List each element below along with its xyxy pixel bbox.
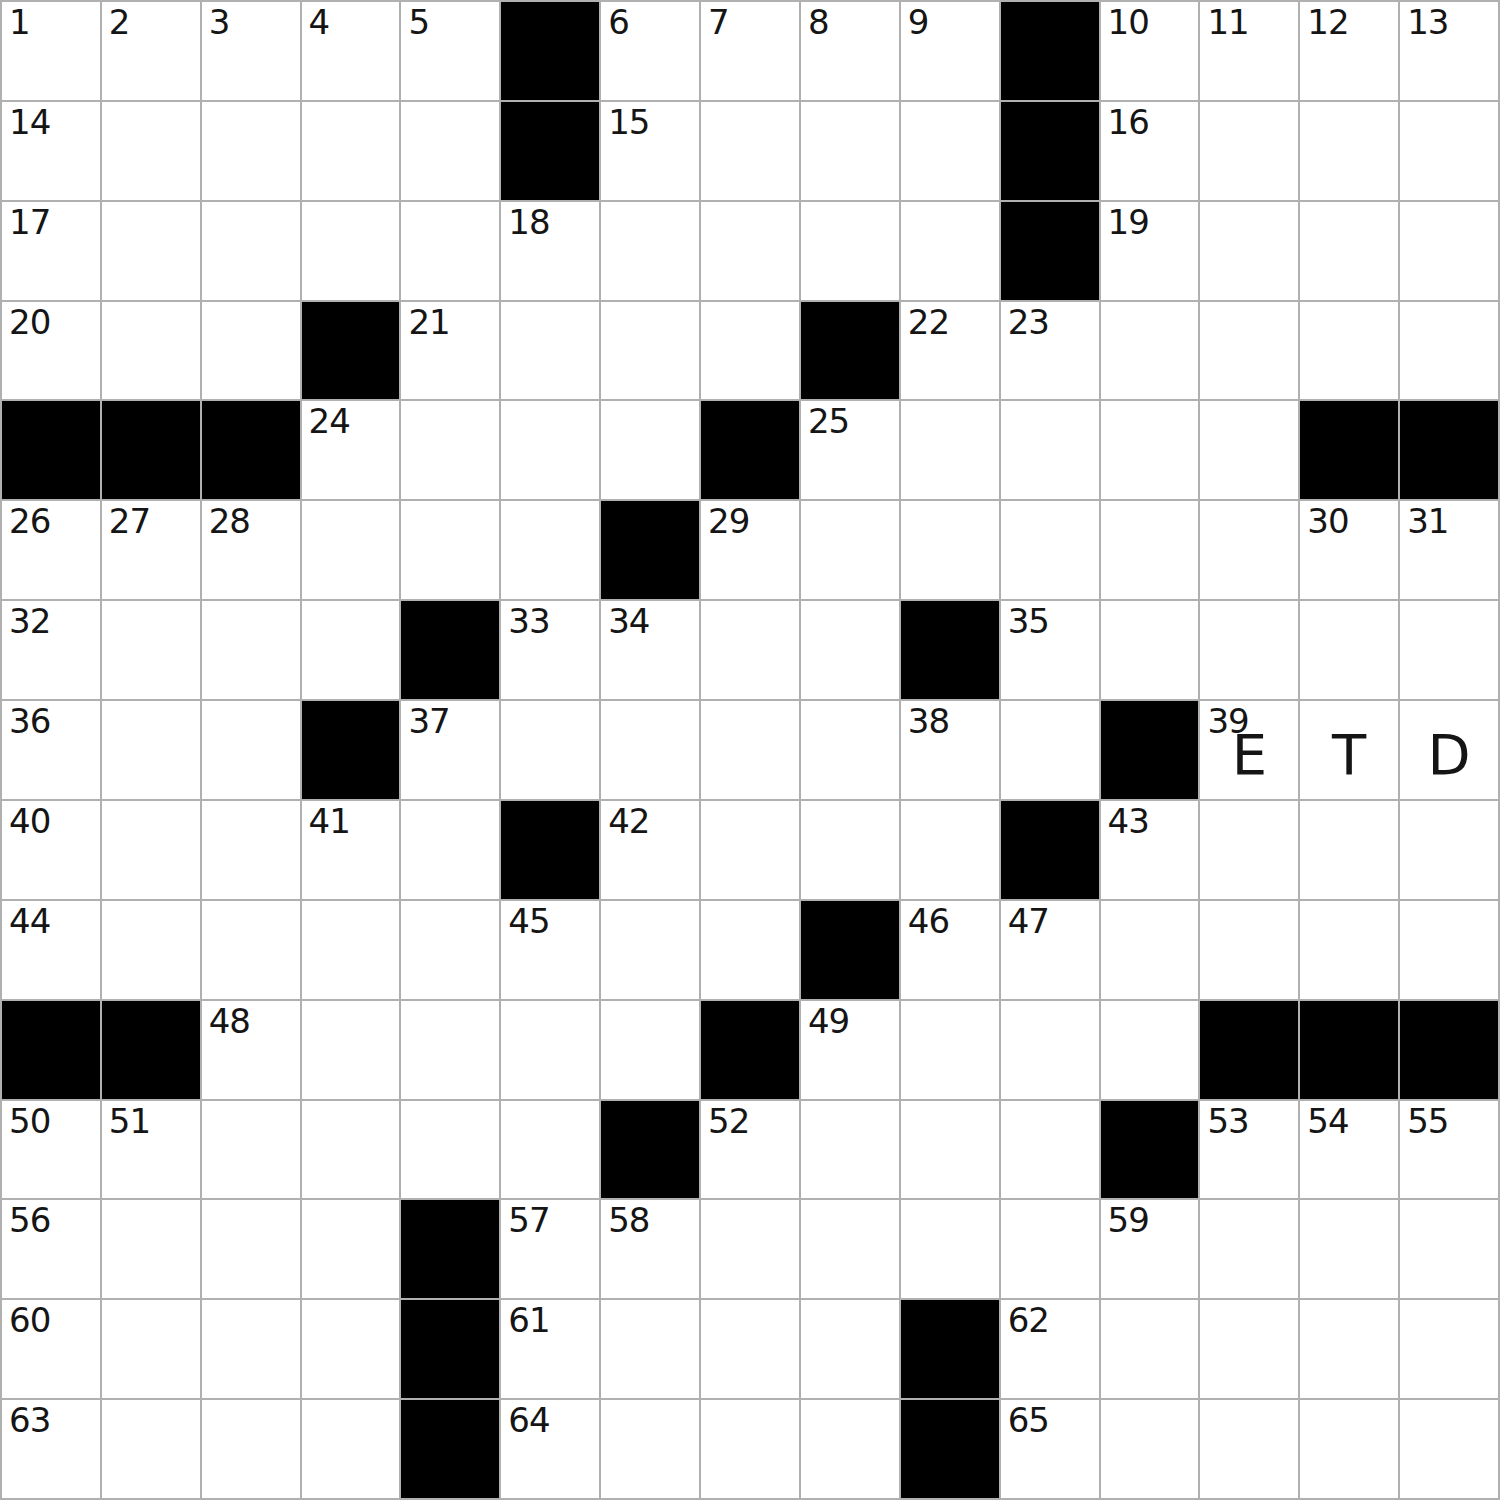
cell-r4c11[interactable]: 23	[1001, 302, 1099, 400]
black-square-r14c5	[401, 1300, 499, 1398]
cell-r5c9[interactable]: 25	[801, 401, 899, 499]
cell-r4c6[interactable]	[501, 302, 599, 400]
clue-number-51: 51	[109, 1102, 150, 1141]
cell-r9c5[interactable]	[401, 801, 499, 899]
cell-r11c9[interactable]: 49	[801, 1001, 899, 1099]
cell-r15c13[interactable]	[1200, 1400, 1298, 1498]
cell-r11c3[interactable]: 48	[202, 1001, 300, 1099]
clue-number-12: 12	[1307, 3, 1348, 42]
cell-r3c5[interactable]	[401, 202, 499, 300]
cell-r14c3[interactable]	[202, 1300, 300, 1398]
cell-r4c10[interactable]: 22	[901, 302, 999, 400]
black-square-r12c7	[601, 1101, 699, 1199]
cell-r2c8[interactable]	[701, 102, 799, 200]
cell-r6c10[interactable]	[901, 501, 999, 599]
clue-number-10: 10	[1108, 3, 1149, 42]
cell-r12c13[interactable]: 53	[1200, 1101, 1298, 1199]
cell-r3c12[interactable]: 19	[1101, 202, 1199, 300]
cell-r10c8[interactable]	[701, 901, 799, 999]
clue-number-4: 4	[309, 3, 330, 42]
black-square-r11c13	[1200, 1001, 1298, 1099]
black-square-r10c9	[801, 901, 899, 999]
clue-number-26: 26	[9, 502, 50, 541]
cell-r14c9[interactable]	[801, 1300, 899, 1398]
clue-number-57: 57	[508, 1201, 549, 1240]
black-square-r4c4	[302, 302, 400, 400]
cell-r11c10[interactable]	[901, 1001, 999, 1099]
clue-number-32: 32	[9, 602, 50, 641]
black-square-r7c5	[401, 601, 499, 699]
clue-number-16: 16	[1108, 103, 1149, 142]
cell-r6c3[interactable]: 28	[202, 501, 300, 599]
cell-r14c2[interactable]	[102, 1300, 200, 1398]
cell-r2c1[interactable]: 14	[2, 102, 100, 200]
clue-number-8: 8	[808, 3, 829, 42]
cell-r7c8[interactable]	[701, 601, 799, 699]
black-square-r5c3	[202, 401, 300, 499]
cell-r3c4[interactable]	[302, 202, 400, 300]
cell-r10c4[interactable]	[302, 901, 400, 999]
black-square-r15c5	[401, 1400, 499, 1498]
clue-number-14: 14	[9, 103, 50, 142]
clue-number-5: 5	[408, 3, 429, 42]
clue-number-30: 30	[1307, 502, 1348, 541]
cell-r7c12[interactable]	[1101, 601, 1199, 699]
black-square-r11c8	[701, 1001, 799, 1099]
cell-r7c7[interactable]: 34	[601, 601, 699, 699]
clue-number-34: 34	[608, 602, 649, 641]
cell-letter: D	[1400, 701, 1498, 799]
cell-r15c8[interactable]	[701, 1400, 799, 1498]
cell-r10c13[interactable]	[1200, 901, 1298, 999]
cell-r5c7[interactable]	[601, 401, 699, 499]
cell-r2c15[interactable]	[1400, 102, 1498, 200]
cell-r12c9[interactable]	[801, 1101, 899, 1199]
black-square-r9c11	[1001, 801, 1099, 899]
clue-number-20: 20	[9, 303, 50, 342]
cell-r2c5[interactable]	[401, 102, 499, 200]
cell-r11c12[interactable]	[1101, 1001, 1199, 1099]
cell-r11c11[interactable]	[1001, 1001, 1099, 1099]
cell-r5c11[interactable]	[1001, 401, 1099, 499]
cell-r8c11[interactable]	[1001, 701, 1099, 799]
cell-r5c13[interactable]	[1200, 401, 1298, 499]
cell-r3c8[interactable]	[701, 202, 799, 300]
cell-r1c9[interactable]: 8	[801, 2, 899, 100]
cell-r13c3[interactable]	[202, 1200, 300, 1298]
cell-r14c4[interactable]	[302, 1300, 400, 1398]
cell-r13c6[interactable]: 57	[501, 1200, 599, 1298]
clue-number-56: 56	[9, 1201, 50, 1240]
cell-r12c5[interactable]	[401, 1101, 499, 1199]
cell-r6c1[interactable]: 26	[2, 501, 100, 599]
cell-r13c10[interactable]	[901, 1200, 999, 1298]
cell-r9c1[interactable]: 40	[2, 801, 100, 899]
black-square-r9c6	[501, 801, 599, 899]
cell-r15c6[interactable]: 64	[501, 1400, 599, 1498]
cell-r1c13[interactable]: 11	[1200, 2, 1298, 100]
cell-r13c14[interactable]	[1300, 1200, 1398, 1298]
cell-r6c5[interactable]	[401, 501, 499, 599]
clue-number-36: 36	[9, 702, 50, 741]
clue-number-54: 54	[1307, 1102, 1348, 1141]
cell-r10c10[interactable]: 46	[901, 901, 999, 999]
clue-number-63: 63	[9, 1401, 50, 1440]
clue-number-13: 13	[1407, 3, 1448, 42]
cell-r14c12[interactable]	[1101, 1300, 1199, 1398]
cell-r12c11[interactable]	[1001, 1101, 1099, 1199]
cell-r7c6[interactable]: 33	[501, 601, 599, 699]
clue-number-29: 29	[708, 502, 749, 541]
cell-r3c10[interactable]	[901, 202, 999, 300]
cell-r4c2[interactable]	[102, 302, 200, 400]
clue-number-48: 48	[209, 1002, 250, 1041]
clue-number-65: 65	[1008, 1401, 1049, 1440]
cell-r9c8[interactable]	[701, 801, 799, 899]
cell-r12c10[interactable]	[901, 1101, 999, 1199]
clue-number-11: 11	[1207, 3, 1248, 42]
clue-number-38: 38	[908, 702, 949, 741]
cell-r4c14[interactable]	[1300, 302, 1398, 400]
cell-r7c11[interactable]: 35	[1001, 601, 1099, 699]
clue-number-17: 17	[9, 203, 50, 242]
cell-r10c1[interactable]: 44	[2, 901, 100, 999]
clue-number-47: 47	[1008, 902, 1049, 941]
cell-r4c8[interactable]	[701, 302, 799, 400]
black-square-r14c10	[901, 1300, 999, 1398]
cell-r10c15[interactable]	[1400, 901, 1498, 999]
cell-r10c5[interactable]	[401, 901, 499, 999]
clue-number-37: 37	[408, 702, 449, 741]
cell-r10c6[interactable]: 45	[501, 901, 599, 999]
cell-r15c4[interactable]	[302, 1400, 400, 1498]
cell-r4c15[interactable]	[1400, 302, 1498, 400]
cell-r6c15[interactable]: 31	[1400, 501, 1498, 599]
cell-r10c2[interactable]	[102, 901, 200, 999]
cell-r1c7[interactable]: 6	[601, 2, 699, 100]
cell-r6c11[interactable]	[1001, 501, 1099, 599]
clue-number-28: 28	[209, 502, 250, 541]
clue-number-43: 43	[1108, 802, 1149, 841]
cell-r7c13[interactable]	[1200, 601, 1298, 699]
cell-r12c6[interactable]	[501, 1101, 599, 1199]
cell-r7c3[interactable]	[202, 601, 300, 699]
cell-r2c2[interactable]	[102, 102, 200, 200]
cell-r5c5[interactable]	[401, 401, 499, 499]
clue-number-31: 31	[1407, 502, 1448, 541]
black-square-r2c6	[501, 102, 599, 200]
cell-r9c7[interactable]: 42	[601, 801, 699, 899]
cell-r8c7[interactable]	[601, 701, 699, 799]
cell-r6c14[interactable]: 30	[1300, 501, 1398, 599]
cell-r7c9[interactable]	[801, 601, 899, 699]
cell-r4c12[interactable]	[1101, 302, 1199, 400]
cell-r15c2[interactable]	[102, 1400, 200, 1498]
clue-number-44: 44	[9, 902, 50, 941]
cell-r1c14[interactable]: 12	[1300, 2, 1398, 100]
cell-r5c10[interactable]	[901, 401, 999, 499]
cell-r3c14[interactable]	[1300, 202, 1398, 300]
cell-r13c1[interactable]: 56	[2, 1200, 100, 1298]
cell-r6c13[interactable]	[1200, 501, 1298, 599]
cell-r14c13[interactable]	[1200, 1300, 1298, 1398]
cell-r8c5[interactable]: 37	[401, 701, 499, 799]
black-square-r8c4	[302, 701, 400, 799]
cell-r8c13[interactable]: 39E	[1200, 701, 1298, 799]
cell-r6c2[interactable]: 27	[102, 501, 200, 599]
cell-r15c3[interactable]	[202, 1400, 300, 1498]
cell-r14c15[interactable]	[1400, 1300, 1498, 1398]
cell-r13c4[interactable]	[302, 1200, 400, 1298]
cell-r8c1[interactable]: 36	[2, 701, 100, 799]
black-square-r4c9	[801, 302, 899, 400]
cell-letter: E	[1200, 701, 1298, 799]
crossword-board: 1234567891011121314151617181920212223242…	[0, 0, 1500, 1500]
cell-r14c11[interactable]: 62	[1001, 1300, 1099, 1398]
cell-r13c9[interactable]	[801, 1200, 899, 1298]
clue-number-19: 19	[1108, 203, 1149, 242]
cell-r3c15[interactable]	[1400, 202, 1498, 300]
clue-number-33: 33	[508, 602, 549, 641]
cell-r3c3[interactable]	[202, 202, 300, 300]
cell-r2c13[interactable]	[1200, 102, 1298, 200]
cell-r13c11[interactable]	[1001, 1200, 1099, 1298]
clue-number-41: 41	[309, 802, 350, 841]
cell-r4c13[interactable]	[1200, 302, 1298, 400]
cell-r2c7[interactable]: 15	[601, 102, 699, 200]
clue-number-55: 55	[1407, 1102, 1448, 1141]
cell-r10c3[interactable]	[202, 901, 300, 999]
cell-r8c8[interactable]	[701, 701, 799, 799]
cell-r2c12[interactable]: 16	[1101, 102, 1199, 200]
black-square-r1c11	[1001, 2, 1099, 100]
cell-r1c15[interactable]: 13	[1400, 2, 1498, 100]
cell-r6c4[interactable]	[302, 501, 400, 599]
clue-number-50: 50	[9, 1102, 50, 1141]
cell-r6c6[interactable]	[501, 501, 599, 599]
cell-r8c2[interactable]	[102, 701, 200, 799]
clue-number-21: 21	[408, 303, 449, 342]
cell-r1c2[interactable]: 2	[102, 2, 200, 100]
cell-r9c13[interactable]	[1200, 801, 1298, 899]
clue-number-18: 18	[508, 203, 549, 242]
cell-r8c14[interactable]: T	[1300, 701, 1398, 799]
clue-number-15: 15	[608, 103, 649, 142]
cell-r13c8[interactable]	[701, 1200, 799, 1298]
black-square-r3c11	[1001, 202, 1099, 300]
black-square-r5c2	[102, 401, 200, 499]
clue-number-22: 22	[908, 303, 949, 342]
cell-r15c14[interactable]	[1300, 1400, 1398, 1498]
clue-number-24: 24	[309, 402, 350, 441]
cell-r12c1[interactable]: 50	[2, 1101, 100, 1199]
cell-r8c6[interactable]	[501, 701, 599, 799]
black-square-r5c1	[2, 401, 100, 499]
cell-r9c3[interactable]	[202, 801, 300, 899]
clue-number-42: 42	[608, 802, 649, 841]
cell-r11c7[interactable]	[601, 1001, 699, 1099]
clue-number-2: 2	[109, 3, 130, 42]
clue-number-60: 60	[9, 1301, 50, 1340]
clue-number-25: 25	[808, 402, 849, 441]
clue-number-23: 23	[1008, 303, 1049, 342]
cell-r10c7[interactable]	[601, 901, 699, 999]
crossword-grid: 1234567891011121314151617181920212223242…	[0, 0, 1500, 1500]
cell-r14c7[interactable]	[601, 1300, 699, 1398]
cell-r9c9[interactable]	[801, 801, 899, 899]
cell-r10c12[interactable]	[1101, 901, 1199, 999]
cell-r7c14[interactable]	[1300, 601, 1398, 699]
clue-number-52: 52	[708, 1102, 749, 1141]
cell-r7c4[interactable]	[302, 601, 400, 699]
black-square-r11c2	[102, 1001, 200, 1099]
clue-number-61: 61	[508, 1301, 549, 1340]
cell-r8c3[interactable]	[202, 701, 300, 799]
cell-r8c9[interactable]	[801, 701, 899, 799]
clue-number-3: 3	[209, 3, 230, 42]
clue-number-45: 45	[508, 902, 549, 941]
cell-r3c13[interactable]	[1200, 202, 1298, 300]
cell-r3c7[interactable]	[601, 202, 699, 300]
cell-r9c12[interactable]: 43	[1101, 801, 1199, 899]
cell-r9c15[interactable]	[1400, 801, 1498, 899]
cell-r14c1[interactable]: 60	[2, 1300, 100, 1398]
cell-r10c14[interactable]	[1300, 901, 1398, 999]
cell-r11c6[interactable]	[501, 1001, 599, 1099]
clue-number-64: 64	[508, 1401, 549, 1440]
cell-r3c9[interactable]	[801, 202, 899, 300]
black-square-r6c7	[601, 501, 699, 599]
black-square-r5c8	[701, 401, 799, 499]
cell-r7c15[interactable]	[1400, 601, 1498, 699]
black-square-r1c6	[501, 2, 599, 100]
cell-r7c2[interactable]	[102, 601, 200, 699]
cell-r4c5[interactable]: 21	[401, 302, 499, 400]
black-square-r11c1	[2, 1001, 100, 1099]
cell-r2c10[interactable]	[901, 102, 999, 200]
cell-r9c14[interactable]	[1300, 801, 1398, 899]
cell-r14c6[interactable]: 61	[501, 1300, 599, 1398]
cell-r9c2[interactable]	[102, 801, 200, 899]
cell-r5c12[interactable]	[1101, 401, 1199, 499]
black-square-r5c15	[1400, 401, 1498, 499]
cell-r15c9[interactable]	[801, 1400, 899, 1498]
cell-r13c7[interactable]: 58	[601, 1200, 699, 1298]
clue-number-40: 40	[9, 802, 50, 841]
cell-r12c14[interactable]: 54	[1300, 1101, 1398, 1199]
cell-r8c15[interactable]: D	[1400, 701, 1498, 799]
cell-letter: T	[1300, 701, 1398, 799]
black-square-r8c12	[1101, 701, 1199, 799]
cell-r15c11[interactable]: 65	[1001, 1400, 1099, 1498]
cell-r12c3[interactable]	[202, 1101, 300, 1199]
cell-r14c14[interactable]	[1300, 1300, 1398, 1398]
clue-number-62: 62	[1008, 1301, 1049, 1340]
cell-r3c2[interactable]	[102, 202, 200, 300]
cell-r11c4[interactable]	[302, 1001, 400, 1099]
cell-r1c8[interactable]: 7	[701, 2, 799, 100]
black-square-r13c5	[401, 1200, 499, 1298]
cell-r13c13[interactable]	[1200, 1200, 1298, 1298]
cell-r15c1[interactable]: 63	[2, 1400, 100, 1498]
clue-number-49: 49	[808, 1002, 849, 1041]
cell-r2c4[interactable]	[302, 102, 400, 200]
cell-r14c8[interactable]	[701, 1300, 799, 1398]
cell-r12c15[interactable]: 55	[1400, 1101, 1498, 1199]
black-square-r2c11	[1001, 102, 1099, 200]
cell-r12c8[interactable]: 52	[701, 1101, 799, 1199]
cell-r13c12[interactable]: 59	[1101, 1200, 1199, 1298]
cell-r5c4[interactable]: 24	[302, 401, 400, 499]
cell-r7c1[interactable]: 32	[2, 601, 100, 699]
black-square-r12c12	[1101, 1101, 1199, 1199]
clue-number-9: 9	[908, 3, 929, 42]
cell-r3c6[interactable]: 18	[501, 202, 599, 300]
cell-r8c10[interactable]: 38	[901, 701, 999, 799]
cell-r4c7[interactable]	[601, 302, 699, 400]
black-square-r11c15	[1400, 1001, 1498, 1099]
cell-r15c12[interactable]	[1101, 1400, 1199, 1498]
cell-r12c2[interactable]: 51	[102, 1101, 200, 1199]
cell-r1c5[interactable]: 5	[401, 2, 499, 100]
clue-number-6: 6	[608, 3, 629, 42]
cell-r11c5[interactable]	[401, 1001, 499, 1099]
clue-number-58: 58	[608, 1201, 649, 1240]
cell-r2c3[interactable]	[202, 102, 300, 200]
cell-r12c4[interactable]	[302, 1101, 400, 1199]
black-square-r5c14	[1300, 401, 1398, 499]
cell-r6c8[interactable]: 29	[701, 501, 799, 599]
cell-r1c10[interactable]: 9	[901, 2, 999, 100]
cell-r1c4[interactable]: 4	[302, 2, 400, 100]
cell-r1c1[interactable]: 1	[2, 2, 100, 100]
cell-r1c12[interactable]: 10	[1101, 2, 1199, 100]
cell-r2c14[interactable]	[1300, 102, 1398, 200]
black-square-r15c10	[901, 1400, 999, 1498]
cell-r9c10[interactable]	[901, 801, 999, 899]
clue-number-53: 53	[1207, 1102, 1248, 1141]
cell-r2c9[interactable]	[801, 102, 899, 200]
cell-r6c9[interactable]	[801, 501, 899, 599]
clue-number-7: 7	[708, 3, 729, 42]
cell-r5c6[interactable]	[501, 401, 599, 499]
cell-r1c3[interactable]: 3	[202, 2, 300, 100]
cell-r9c4[interactable]: 41	[302, 801, 400, 899]
clue-number-27: 27	[109, 502, 150, 541]
clue-number-46: 46	[908, 902, 949, 941]
cell-r4c3[interactable]	[202, 302, 300, 400]
cell-r6c12[interactable]	[1101, 501, 1199, 599]
cell-r15c7[interactable]	[601, 1400, 699, 1498]
black-square-r11c14	[1300, 1001, 1398, 1099]
clue-number-1: 1	[9, 3, 30, 42]
cell-r13c15[interactable]	[1400, 1200, 1498, 1298]
black-square-r7c10	[901, 601, 999, 699]
cell-r10c11[interactable]: 47	[1001, 901, 1099, 999]
cell-r13c2[interactable]	[102, 1200, 200, 1298]
cell-r4c1[interactable]: 20	[2, 302, 100, 400]
cell-r15c15[interactable]	[1400, 1400, 1498, 1498]
cell-r3c1[interactable]: 17	[2, 202, 100, 300]
clue-number-35: 35	[1008, 602, 1049, 641]
clue-number-59: 59	[1108, 1201, 1149, 1240]
